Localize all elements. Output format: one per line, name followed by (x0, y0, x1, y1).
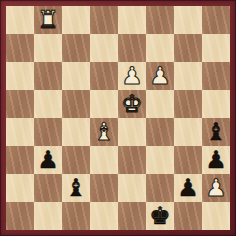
square-g4[interactable] (174, 118, 202, 146)
square-e4[interactable] (118, 118, 146, 146)
square-d2[interactable] (90, 174, 118, 202)
chess-board: ♜♟♟♚♝♝♟♟♝♟♟♚ (6, 6, 230, 230)
square-c2[interactable]: ♝ (62, 174, 90, 202)
square-g8[interactable] (174, 6, 202, 34)
square-c8[interactable] (62, 6, 90, 34)
square-h6[interactable] (202, 62, 230, 90)
square-b7[interactable] (34, 34, 62, 62)
square-f5[interactable] (146, 90, 174, 118)
square-a6[interactable] (6, 62, 34, 90)
square-f8[interactable] (146, 6, 174, 34)
square-d3[interactable] (90, 146, 118, 174)
square-a2[interactable] (6, 174, 34, 202)
square-d8[interactable] (90, 6, 118, 34)
piece-black-pawn-h3: ♟ (202, 146, 230, 174)
square-b2[interactable] (34, 174, 62, 202)
square-e6[interactable]: ♟ (118, 62, 146, 90)
piece-white-pawn-f6: ♟ (146, 62, 174, 90)
piece-white-pawn-e6: ♟ (118, 62, 146, 90)
square-g6[interactable] (174, 62, 202, 90)
square-f6[interactable]: ♟ (146, 62, 174, 90)
square-a5[interactable] (6, 90, 34, 118)
square-e1[interactable] (118, 202, 146, 230)
square-g3[interactable] (174, 146, 202, 174)
piece-white-bishop-d4: ♝ (90, 118, 118, 146)
square-h7[interactable] (202, 34, 230, 62)
piece-black-king-f1: ♚ (146, 202, 174, 230)
square-a7[interactable] (6, 34, 34, 62)
square-e3[interactable] (118, 146, 146, 174)
board-frame: ♜♟♟♚♝♝♟♟♝♟♟♚ (0, 0, 236, 236)
square-h3[interactable]: ♟ (202, 146, 230, 174)
square-f3[interactable] (146, 146, 174, 174)
square-d5[interactable] (90, 90, 118, 118)
square-a4[interactable] (6, 118, 34, 146)
square-h2[interactable]: ♟ (202, 174, 230, 202)
square-c4[interactable] (62, 118, 90, 146)
square-e8[interactable] (118, 6, 146, 34)
piece-black-pawn-b3: ♟ (34, 146, 62, 174)
square-f1[interactable]: ♚ (146, 202, 174, 230)
square-a8[interactable] (6, 6, 34, 34)
square-c6[interactable] (62, 62, 90, 90)
square-h5[interactable] (202, 90, 230, 118)
square-b6[interactable] (34, 62, 62, 90)
piece-white-rook-b8: ♜ (34, 6, 62, 34)
square-g2[interactable]: ♟ (174, 174, 202, 202)
square-c3[interactable] (62, 146, 90, 174)
piece-black-bishop-c2: ♝ (62, 174, 90, 202)
square-d7[interactable] (90, 34, 118, 62)
square-b8[interactable]: ♜ (34, 6, 62, 34)
square-c7[interactable] (62, 34, 90, 62)
square-e7[interactable] (118, 34, 146, 62)
square-c1[interactable] (62, 202, 90, 230)
chess-diagram: ♜♟♟♚♝♝♟♟♝♟♟♚ (0, 0, 236, 236)
square-e5[interactable]: ♚ (118, 90, 146, 118)
square-g1[interactable] (174, 202, 202, 230)
square-b1[interactable] (34, 202, 62, 230)
square-c5[interactable] (62, 90, 90, 118)
square-a3[interactable] (6, 146, 34, 174)
square-d4[interactable]: ♝ (90, 118, 118, 146)
square-a1[interactable] (6, 202, 34, 230)
square-d6[interactable] (90, 62, 118, 90)
square-b5[interactable] (34, 90, 62, 118)
square-f4[interactable] (146, 118, 174, 146)
square-h4[interactable]: ♝ (202, 118, 230, 146)
square-f2[interactable] (146, 174, 174, 202)
piece-white-pawn-h2: ♟ (202, 174, 230, 202)
square-e2[interactable] (118, 174, 146, 202)
square-f7[interactable] (146, 34, 174, 62)
square-h8[interactable] (202, 6, 230, 34)
square-d1[interactable] (90, 202, 118, 230)
square-h1[interactable] (202, 202, 230, 230)
piece-black-bishop-h4: ♝ (202, 118, 230, 146)
square-g7[interactable] (174, 34, 202, 62)
piece-white-king-e5: ♚ (118, 90, 146, 118)
piece-black-pawn-g2: ♟ (174, 174, 202, 202)
square-g5[interactable] (174, 90, 202, 118)
square-b4[interactable] (34, 118, 62, 146)
square-b3[interactable]: ♟ (34, 146, 62, 174)
